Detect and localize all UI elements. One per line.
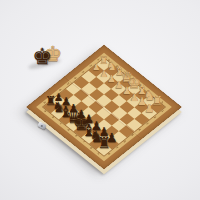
coordinate-label: 6	[123, 140, 127, 143]
coordinate-label: f	[82, 140, 85, 143]
coordinate-label: b	[51, 116, 55, 119]
coordinate-label: 4	[138, 128, 142, 131]
coordinate-label: h	[96, 152, 100, 155]
scene: abcdefgh abcdefgh 12345678 12345678 ♜♞♝♛…	[0, 0, 200, 200]
coordinate-label: 5	[130, 134, 134, 137]
coordinate-label: 8	[107, 152, 111, 155]
piece-black-rook: ♜	[97, 136, 111, 151]
coordinate-label: 3	[81, 71, 85, 74]
coordinate-label: a	[43, 110, 47, 113]
coordinate-label: 2	[153, 116, 157, 119]
piece-white-pawn: ♟	[145, 103, 155, 114]
coordinate-label: 3	[145, 122, 149, 125]
coordinate-label: 5	[66, 83, 70, 86]
coordinate-label: d	[66, 128, 70, 131]
coordinate-label: 4	[74, 77, 78, 80]
clasp-pin	[40, 124, 43, 127]
coordinate-label: g	[89, 146, 93, 149]
coordinate-label: 1	[161, 110, 165, 113]
coordinate-label: c	[59, 122, 63, 125]
coordinate-label: 7	[115, 146, 119, 149]
piece-black-king: ♚	[32, 46, 52, 68]
